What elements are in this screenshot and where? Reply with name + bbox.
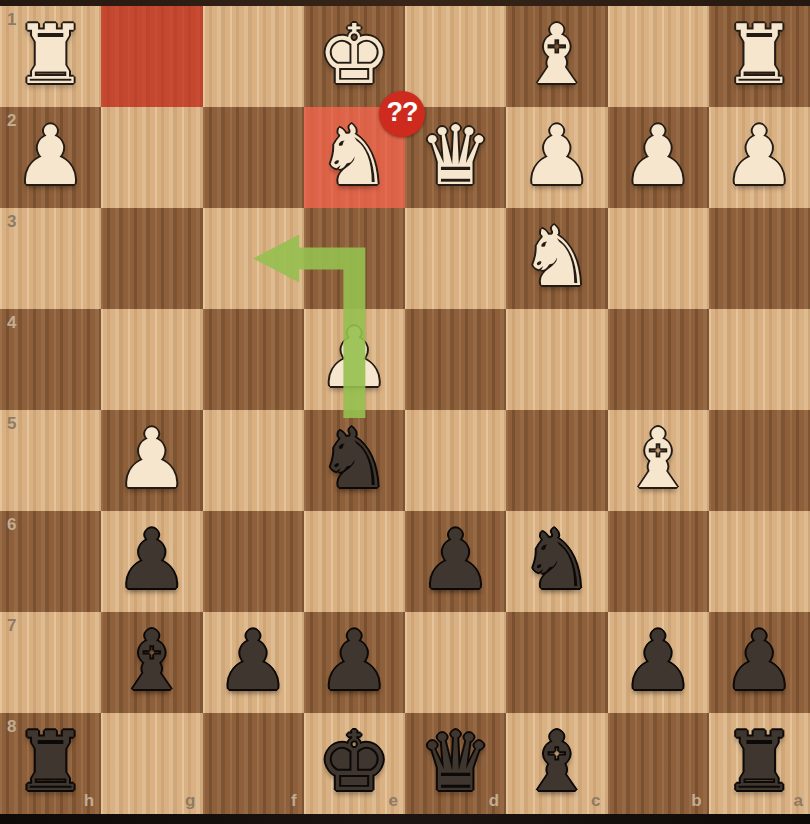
file-label-a: a: [794, 791, 803, 811]
file-label-f: f: [291, 791, 297, 811]
file-label-c: c: [591, 791, 600, 811]
square-a5[interactable]: [709, 410, 810, 511]
square-g6[interactable]: ♟: [101, 511, 202, 612]
last-move-highlight-g1: [101, 6, 202, 107]
white-bishop-c1[interactable]: ♝: [520, 14, 594, 96]
square-h5[interactable]: 5: [0, 410, 101, 511]
black-knight-c6[interactable]: ♞: [520, 519, 594, 601]
square-g1[interactable]: [101, 6, 202, 107]
square-f6[interactable]: [203, 511, 304, 612]
rank-label-3: 3: [7, 212, 16, 232]
file-label-e: e: [389, 791, 398, 811]
square-f1[interactable]: [203, 6, 304, 107]
white-queen-d2[interactable]: ♛: [419, 115, 493, 197]
square-a6[interactable]: [709, 511, 810, 612]
rank-label-8: 8: [7, 717, 16, 737]
white-pawn-e4[interactable]: ♟: [318, 317, 392, 399]
square-d8[interactable]: d♛: [405, 713, 506, 814]
square-f4[interactable]: [203, 309, 304, 410]
white-knight-e2[interactable]: ♞: [318, 115, 392, 197]
square-h8[interactable]: 8h♜: [0, 713, 101, 814]
square-d4[interactable]: [405, 309, 506, 410]
square-d6[interactable]: ♟: [405, 511, 506, 612]
square-b7[interactable]: ♟: [608, 612, 709, 713]
black-pawn-f7[interactable]: ♟: [216, 620, 290, 702]
square-b5[interactable]: ♝: [608, 410, 709, 511]
square-e6[interactable]: [304, 511, 405, 612]
white-rook-h1[interactable]: ♜: [14, 14, 88, 96]
square-d5[interactable]: [405, 410, 506, 511]
square-e8[interactable]: e♚: [304, 713, 405, 814]
blunder-badge: ??: [379, 91, 425, 137]
white-pawn-g5[interactable]: ♟: [115, 418, 189, 500]
square-a2[interactable]: ♟: [709, 107, 810, 208]
black-knight-e5[interactable]: ♞: [318, 418, 392, 500]
square-c1[interactable]: ♝: [506, 6, 607, 107]
square-f8[interactable]: f: [203, 713, 304, 814]
square-b8[interactable]: b: [608, 713, 709, 814]
square-b4[interactable]: [608, 309, 709, 410]
black-bishop-c8[interactable]: ♝: [520, 721, 594, 803]
white-pawn-c2[interactable]: ♟: [520, 115, 594, 197]
square-e7[interactable]: ♟: [304, 612, 405, 713]
white-rook-a1[interactable]: ♜: [723, 14, 797, 96]
rank-label-2: 2: [7, 111, 16, 131]
square-h3[interactable]: 3: [0, 208, 101, 309]
rank-label-4: 4: [7, 313, 16, 333]
white-knight-c3[interactable]: ♞: [520, 216, 594, 298]
square-e5[interactable]: ♞: [304, 410, 405, 511]
black-pawn-g6[interactable]: ♟: [115, 519, 189, 601]
square-f5[interactable]: [203, 410, 304, 511]
square-g7[interactable]: ♝: [101, 612, 202, 713]
square-c5[interactable]: [506, 410, 607, 511]
white-king-e1[interactable]: ♚: [318, 14, 392, 96]
file-label-d: d: [489, 791, 499, 811]
white-pawn-h2[interactable]: ♟: [14, 115, 88, 197]
square-d7[interactable]: [405, 612, 506, 713]
white-pawn-a2[interactable]: ♟: [723, 115, 797, 197]
square-b1[interactable]: [608, 6, 709, 107]
square-h6[interactable]: 6: [0, 511, 101, 612]
square-e4[interactable]: ♟: [304, 309, 405, 410]
rank-label-6: 6: [7, 515, 16, 535]
black-pawn-a7[interactable]: ♟: [723, 620, 797, 702]
rank-label-1: 1: [7, 10, 16, 30]
file-label-g: g: [185, 791, 195, 811]
square-g4[interactable]: [101, 309, 202, 410]
black-pawn-d6[interactable]: ♟: [419, 519, 493, 601]
square-g3[interactable]: [101, 208, 202, 309]
square-a8[interactable]: a♜: [709, 713, 810, 814]
black-bishop-g7[interactable]: ♝: [115, 620, 189, 702]
file-label-b: b: [691, 791, 701, 811]
square-b2[interactable]: ♟: [608, 107, 709, 208]
square-b3[interactable]: [608, 208, 709, 309]
square-d1[interactable]: [405, 6, 506, 107]
square-f2[interactable]: [203, 107, 304, 208]
square-h7[interactable]: 7: [0, 612, 101, 713]
black-rook-h8[interactable]: ♜: [14, 721, 88, 803]
square-g8[interactable]: g: [101, 713, 202, 814]
square-d3[interactable]: [405, 208, 506, 309]
square-g5[interactable]: ♟: [101, 410, 202, 511]
chess-analysis-screen: 1♜♚♝♜2♟♞♛♟♟♟3♞4♟5♟♞♝6♟♟♞7♝♟♟♟♟8h♜gfe♚d♛c…: [0, 0, 810, 824]
square-e1[interactable]: ♚: [304, 6, 405, 107]
square-e3[interactable]: [304, 208, 405, 309]
square-a7[interactable]: ♟: [709, 612, 810, 713]
white-pawn-b2[interactable]: ♟: [621, 115, 695, 197]
square-a3[interactable]: [709, 208, 810, 309]
square-h1[interactable]: 1♜: [0, 6, 101, 107]
black-pawn-b7[interactable]: ♟: [621, 620, 695, 702]
square-c3[interactable]: ♞: [506, 208, 607, 309]
square-c6[interactable]: ♞: [506, 511, 607, 612]
black-queen-d8[interactable]: ♛: [419, 721, 493, 803]
black-pawn-e7[interactable]: ♟: [318, 620, 392, 702]
square-c8[interactable]: c♝: [506, 713, 607, 814]
black-king-e8[interactable]: ♚: [318, 721, 392, 803]
rank-label-7: 7: [7, 616, 16, 636]
square-h2[interactable]: 2♟: [0, 107, 101, 208]
square-a4[interactable]: [709, 309, 810, 410]
black-rook-a8[interactable]: ♜: [723, 721, 797, 803]
square-f7[interactable]: ♟: [203, 612, 304, 713]
file-label-h: h: [84, 791, 94, 811]
square-f3[interactable]: [203, 208, 304, 309]
square-c4[interactable]: [506, 309, 607, 410]
square-c2[interactable]: ♟: [506, 107, 607, 208]
blunder-badge-label: ??: [387, 97, 418, 128]
square-h4[interactable]: 4: [0, 309, 101, 410]
square-c7[interactable]: [506, 612, 607, 713]
square-b6[interactable]: [608, 511, 709, 612]
square-g2[interactable]: [101, 107, 202, 208]
rank-label-5: 5: [7, 414, 16, 434]
white-bishop-b5[interactable]: ♝: [621, 418, 695, 500]
board-bottom-edge: [0, 814, 810, 824]
square-a1[interactable]: ♜: [709, 6, 810, 107]
